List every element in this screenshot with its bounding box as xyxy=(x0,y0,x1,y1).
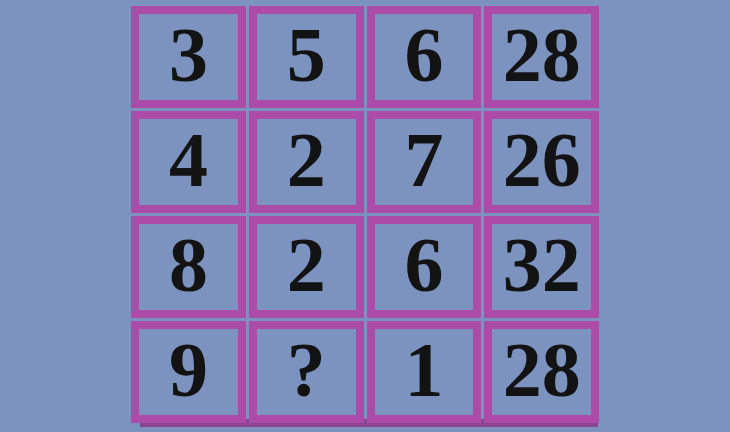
cell-r3c3: 6 xyxy=(367,216,482,318)
cell-r4c2-unknown: ? xyxy=(249,321,364,423)
cell-r3c4: 32 xyxy=(484,216,599,318)
cell-r3c1: 8 xyxy=(131,216,246,318)
cell-r3c2: 2 xyxy=(249,216,364,318)
cell-r2c4: 26 xyxy=(484,111,599,213)
cell-r4c1: 9 xyxy=(131,321,246,423)
cell-r1c3: 6 xyxy=(367,6,482,108)
cell-r1c4: 28 xyxy=(484,6,599,108)
cell-r2c2: 2 xyxy=(249,111,364,213)
cell-r1c1: 3 xyxy=(131,6,246,108)
cell-r2c1: 4 xyxy=(131,111,246,213)
cell-r1c2: 5 xyxy=(249,6,364,108)
cell-r4c3: 1 xyxy=(367,321,482,423)
cell-r2c3: 7 xyxy=(367,111,482,213)
cell-r4c4: 28 xyxy=(484,321,599,423)
puzzle-grid: 3 5 6 28 4 2 7 26 8 2 6 32 9 ? 1 28 xyxy=(131,6,599,423)
